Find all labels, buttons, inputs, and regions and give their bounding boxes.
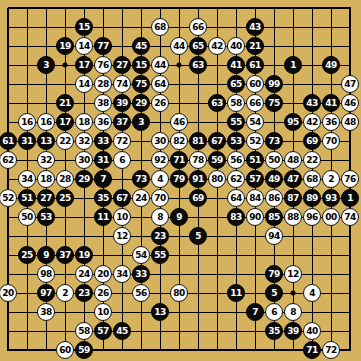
white-stone-76: 76 [94, 56, 112, 74]
white-stone-72: 72 [113, 132, 131, 150]
white-stone-68: 68 [303, 170, 321, 188]
white-stone-18: 18 [37, 170, 55, 188]
black-stone-9: 9 [170, 208, 188, 226]
white-stone-52: 52 [246, 132, 264, 150]
black-stone-51: 51 [246, 151, 264, 169]
black-stone-29: 29 [75, 170, 93, 188]
black-stone-61: 61 [246, 56, 264, 74]
black-stone-75: 75 [265, 94, 283, 112]
black-stone-87: 87 [284, 189, 302, 207]
black-stone-31: 31 [94, 151, 112, 169]
white-stone-30: 30 [151, 132, 169, 150]
white-stone-66: 66 [189, 18, 207, 36]
white-stone-6: 6 [265, 303, 283, 321]
white-stone-14: 14 [75, 37, 93, 55]
white-stone-26: 26 [151, 94, 169, 112]
white-stone-12: 12 [113, 227, 131, 245]
star-point [177, 63, 182, 68]
white-stone-94: 94 [265, 227, 283, 245]
black-stone-69: 69 [303, 132, 321, 150]
black-stone-3: 3 [37, 56, 55, 74]
white-stone-4: 4 [303, 284, 321, 302]
white-stone-6: 6 [113, 151, 131, 169]
white-stone-52: 52 [0, 189, 17, 207]
white-stone-38: 38 [37, 303, 55, 321]
black-stone-23: 23 [75, 284, 93, 302]
black-stone-15: 15 [75, 18, 93, 36]
black-stone-45: 45 [113, 322, 131, 340]
white-stone-34: 34 [18, 170, 36, 188]
white-stone-14: 14 [75, 75, 93, 93]
black-stone-11: 11 [227, 284, 245, 302]
black-stone-35: 35 [94, 189, 112, 207]
white-stone-90: 90 [246, 208, 264, 226]
white-stone-60: 60 [246, 75, 264, 93]
white-stone-10: 10 [113, 208, 131, 226]
white-stone-48: 48 [341, 113, 359, 131]
black-stone-69: 69 [189, 189, 207, 207]
black-stone-21: 21 [246, 37, 264, 55]
black-stone-81: 81 [189, 132, 207, 150]
white-stone-32: 32 [75, 132, 93, 150]
white-stone-40: 40 [227, 37, 245, 55]
white-stone-44: 44 [151, 56, 169, 74]
black-stone-89: 89 [303, 189, 321, 207]
black-stone-21: 21 [56, 94, 74, 112]
black-stone-13: 13 [151, 303, 169, 321]
black-stone-43: 43 [303, 94, 321, 112]
white-stone-20: 20 [94, 265, 112, 283]
white-stone-24: 24 [75, 265, 93, 283]
black-stone-63: 63 [189, 56, 207, 74]
white-stone-32: 32 [37, 151, 55, 169]
white-stone-47: 47 [341, 75, 359, 93]
black-stone-29: 29 [132, 94, 150, 112]
black-stone-1: 1 [284, 56, 302, 74]
white-stone-28: 28 [56, 170, 74, 188]
white-stone-36: 36 [322, 113, 340, 131]
black-stone-67: 67 [113, 189, 131, 207]
black-stone-53: 53 [227, 132, 245, 150]
black-stone-99: 99 [265, 75, 283, 93]
black-stone-75: 75 [132, 75, 150, 93]
black-stone-65: 65 [227, 75, 245, 93]
white-stone-8: 8 [284, 303, 302, 321]
white-stone-56: 56 [227, 151, 245, 169]
black-stone-59: 59 [208, 151, 226, 169]
white-stone-46: 46 [341, 94, 359, 112]
black-stone-27: 27 [37, 189, 55, 207]
white-stone-50: 50 [265, 151, 283, 169]
white-stone-80: 80 [208, 170, 226, 188]
white-stone-98: 98 [37, 265, 55, 283]
white-stone-8: 8 [151, 208, 169, 226]
black-stone-39: 39 [113, 94, 131, 112]
black-stone-31: 31 [18, 132, 36, 150]
white-stone-82: 82 [170, 132, 188, 150]
black-stone-51: 51 [18, 189, 36, 207]
white-stone-54: 54 [246, 113, 264, 131]
black-stone-67: 67 [208, 132, 226, 150]
white-stone-28: 28 [94, 75, 112, 93]
black-stone-5: 5 [189, 227, 207, 245]
black-stone-55: 55 [151, 246, 169, 264]
white-stone-60: 60 [56, 341, 74, 359]
black-stone-65: 65 [189, 37, 207, 55]
star-point [63, 63, 68, 68]
black-stone-17: 17 [75, 56, 93, 74]
black-stone-73: 73 [265, 132, 283, 150]
black-stone-35: 35 [265, 322, 283, 340]
black-stone-43: 43 [246, 18, 264, 36]
white-stone-74: 74 [341, 208, 359, 226]
white-stone-64: 64 [227, 189, 245, 207]
black-stone-49: 49 [265, 170, 283, 188]
black-stone-49: 49 [322, 56, 340, 74]
black-stone-13: 13 [37, 132, 55, 150]
white-stone-48: 48 [284, 151, 302, 169]
white-stone-46: 46 [170, 113, 188, 131]
white-stone-58: 58 [75, 322, 93, 340]
black-stone-47: 47 [284, 170, 302, 188]
white-stone-4: 4 [151, 170, 169, 188]
white-stone-62: 62 [227, 170, 245, 188]
white-stone-70: 70 [322, 132, 340, 150]
black-stone-97: 97 [37, 284, 55, 302]
black-stone-77: 77 [94, 37, 112, 55]
black-stone-11: 11 [94, 208, 112, 226]
black-stone-57: 57 [94, 322, 112, 340]
black-stone-61: 61 [0, 132, 17, 150]
black-stone-41: 41 [322, 94, 340, 112]
black-stone-3: 3 [132, 113, 150, 131]
black-stone-7: 7 [94, 170, 112, 188]
black-stone-71: 71 [303, 341, 321, 359]
black-stone-9: 9 [37, 246, 55, 264]
black-stone-53: 53 [37, 208, 55, 226]
black-stone-33: 33 [132, 265, 150, 283]
white-stone-70: 70 [151, 189, 169, 207]
white-stone-80: 80 [170, 284, 188, 302]
white-stone-88: 88 [284, 208, 302, 226]
go-app: 1568664319147745446542402131776271544634… [0, 0, 361, 361]
black-stone-5: 5 [265, 284, 283, 302]
white-stone-56: 56 [132, 284, 150, 302]
white-stone-66: 66 [246, 94, 264, 112]
white-stone-20: 20 [0, 284, 17, 302]
white-stone-22: 22 [56, 132, 74, 150]
white-stone-34: 34 [113, 265, 131, 283]
white-stone-38: 38 [94, 94, 112, 112]
black-stone-19: 19 [56, 37, 74, 55]
white-stone-54: 54 [132, 246, 150, 264]
star-point [291, 291, 296, 296]
white-stone-18: 18 [75, 113, 93, 131]
black-stone-95: 95 [284, 113, 302, 131]
black-stone-25: 25 [56, 189, 74, 207]
white-stone-78: 78 [189, 151, 207, 169]
black-stone-91: 91 [189, 170, 207, 188]
white-stone-22: 22 [303, 151, 321, 169]
white-stone-2: 2 [56, 284, 74, 302]
white-stone-68: 68 [151, 18, 169, 36]
black-stone-71: 71 [170, 151, 188, 169]
white-stone-76: 76 [341, 170, 359, 188]
black-stone-1: 1 [341, 189, 359, 207]
black-stone-45: 45 [132, 37, 150, 55]
white-stone-40: 40 [303, 322, 321, 340]
white-stone-74: 74 [113, 75, 131, 93]
black-stone-57: 57 [246, 170, 264, 188]
white-stone-10: 10 [94, 303, 112, 321]
grid-line-horizontal [8, 236, 351, 237]
white-stone-64: 64 [151, 75, 169, 93]
black-stone-73: 73 [132, 170, 150, 188]
black-stone-7: 7 [246, 303, 264, 321]
go-board[interactable]: 1568664319147745446542402131776271544634… [0, 0, 361, 361]
black-stone-63: 63 [208, 94, 226, 112]
white-stone-50: 50 [18, 208, 36, 226]
black-stone-93: 93 [322, 189, 340, 207]
black-stone-33: 33 [94, 132, 112, 150]
white-stone-26: 26 [94, 284, 112, 302]
white-stone-00: 00 [322, 208, 340, 226]
black-stone-79: 79 [265, 265, 283, 283]
black-stone-17: 17 [56, 113, 74, 131]
white-stone-30: 30 [75, 151, 93, 169]
black-stone-85: 85 [265, 208, 283, 226]
black-stone-19: 19 [75, 246, 93, 264]
white-stone-86: 86 [265, 189, 283, 207]
white-stone-44: 44 [170, 37, 188, 55]
white-stone-12: 12 [284, 265, 302, 283]
black-stone-55: 55 [227, 113, 245, 131]
white-stone-96: 96 [303, 208, 321, 226]
black-stone-27: 27 [113, 56, 131, 74]
white-stone-24: 24 [132, 189, 150, 207]
black-stone-79: 79 [170, 170, 188, 188]
black-stone-23: 23 [151, 227, 169, 245]
white-stone-58: 58 [227, 94, 245, 112]
white-stone-72: 72 [322, 341, 340, 359]
black-stone-25: 25 [18, 246, 36, 264]
white-stone-84: 84 [246, 189, 264, 207]
white-stone-16: 16 [18, 113, 36, 131]
black-stone-41: 41 [227, 56, 245, 74]
white-stone-42: 42 [303, 113, 321, 131]
black-stone-37: 37 [56, 246, 74, 264]
black-stone-39: 39 [284, 322, 302, 340]
white-stone-36: 36 [94, 113, 112, 131]
white-stone-62: 62 [0, 151, 17, 169]
white-stone-2: 2 [322, 170, 340, 188]
black-stone-59: 59 [75, 341, 93, 359]
black-stone-37: 37 [113, 113, 131, 131]
black-stone-15: 15 [132, 56, 150, 74]
white-stone-16: 16 [37, 113, 55, 131]
white-stone-92: 92 [151, 151, 169, 169]
white-stone-42: 42 [208, 37, 226, 55]
black-stone-83: 83 [227, 208, 245, 226]
